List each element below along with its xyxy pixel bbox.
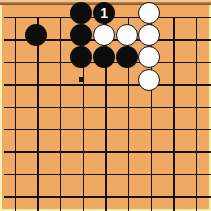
white-stone-point [138, 2, 161, 24]
white-stone [138, 24, 160, 46]
black-stone [70, 24, 92, 46]
black-stone-marked: 1 [93, 2, 115, 24]
black-stone [70, 46, 92, 68]
move-number-label: 1 [100, 5, 108, 19]
black-stone-point [25, 24, 48, 46]
black-stone-point [70, 24, 93, 46]
white-stone-point [138, 69, 161, 91]
white-stone [138, 69, 160, 91]
white-stone [138, 46, 160, 68]
black-stone [70, 2, 92, 24]
black-stone-point [93, 46, 116, 68]
go-diagram: 1 [0, 0, 211, 211]
stone-grid: 1 [2, 2, 206, 204]
black-stone-point [70, 46, 93, 68]
white-stone [93, 24, 115, 46]
white-stone [116, 24, 138, 46]
black-stone [93, 46, 115, 68]
white-stone-point [138, 24, 161, 46]
black-stone [116, 46, 138, 68]
black-stone-point [70, 2, 93, 24]
black-stone-point [115, 46, 138, 68]
hoshi-point[interactable] [70, 69, 93, 91]
white-stone-point [138, 46, 161, 68]
white-stone-point [115, 24, 138, 46]
white-stone [138, 2, 160, 24]
black-stone [25, 24, 47, 46]
white-stone-point [93, 24, 116, 46]
hoshi-square-marker [79, 77, 84, 82]
black-stone-point: 1 [93, 2, 116, 24]
